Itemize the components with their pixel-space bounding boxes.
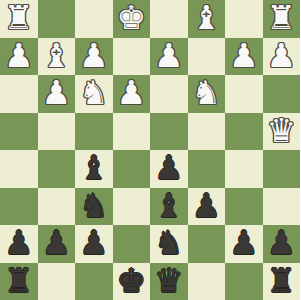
- square-h4[interactable]: [0, 113, 38, 151]
- square-f8[interactable]: [75, 263, 113, 300]
- square-c2[interactable]: [188, 38, 226, 76]
- white-knight-f3[interactable]: ♞: [79, 74, 109, 112]
- square-a6[interactable]: [263, 188, 301, 226]
- square-c4[interactable]: [188, 113, 226, 151]
- white-pawn-g3[interactable]: ♟: [41, 74, 71, 112]
- white-knight-c3[interactable]: ♞: [191, 74, 221, 112]
- black-bishop-d6[interactable]: ♝: [154, 187, 184, 225]
- square-g1[interactable]: [38, 0, 76, 38]
- square-d5[interactable]: ♟: [150, 150, 188, 188]
- white-pawn-h2[interactable]: ♟: [4, 37, 34, 75]
- square-e5[interactable]: [113, 150, 151, 188]
- square-b3[interactable]: [225, 75, 263, 113]
- square-d7[interactable]: ♞: [150, 225, 188, 263]
- square-h8[interactable]: ♜: [0, 263, 38, 300]
- white-bishop-c1[interactable]: ♝: [191, 0, 221, 37]
- white-rook-a1[interactable]: ♜: [266, 0, 296, 37]
- square-h2[interactable]: ♟: [0, 38, 38, 76]
- square-a5[interactable]: [263, 150, 301, 188]
- square-h5[interactable]: [0, 150, 38, 188]
- square-b5[interactable]: [225, 150, 263, 188]
- white-king-e1[interactable]: ♚: [116, 0, 146, 37]
- square-e8[interactable]: ♚: [113, 263, 151, 300]
- white-rook-h1[interactable]: ♜: [4, 0, 34, 37]
- square-d8[interactable]: ♛: [150, 263, 188, 300]
- square-c7[interactable]: [188, 225, 226, 263]
- square-e3[interactable]: ♟: [113, 75, 151, 113]
- square-g8[interactable]: [38, 263, 76, 300]
- square-c8[interactable]: [188, 263, 226, 300]
- square-f5[interactable]: ♝: [75, 150, 113, 188]
- square-c5[interactable]: [188, 150, 226, 188]
- square-b8[interactable]: [225, 263, 263, 300]
- square-e2[interactable]: [113, 38, 151, 76]
- square-f4[interactable]: [75, 113, 113, 151]
- chess-board: ♜♚♝♜♟♝♟♟♟♟♟♞♟♞♛♝♟♞♝♟♟♟♟♞♟♟♜♚♛♜: [0, 0, 300, 300]
- square-b1[interactable]: [225, 0, 263, 38]
- square-g7[interactable]: ♟: [38, 225, 76, 263]
- square-b7[interactable]: ♟: [225, 225, 263, 263]
- square-b6[interactable]: [225, 188, 263, 226]
- square-g5[interactable]: [38, 150, 76, 188]
- square-a4[interactable]: ♛: [263, 113, 301, 151]
- square-g6[interactable]: [38, 188, 76, 226]
- black-pawn-d5[interactable]: ♟: [154, 149, 184, 187]
- square-g3[interactable]: ♟: [38, 75, 76, 113]
- black-pawn-h7[interactable]: ♟: [4, 224, 34, 262]
- square-e4[interactable]: [113, 113, 151, 151]
- square-d1[interactable]: [150, 0, 188, 38]
- square-b2[interactable]: ♟: [225, 38, 263, 76]
- square-e1[interactable]: ♚: [113, 0, 151, 38]
- square-d2[interactable]: ♟: [150, 38, 188, 76]
- black-pawn-b7[interactable]: ♟: [229, 224, 259, 262]
- black-bishop-f5[interactable]: ♝: [79, 149, 109, 187]
- square-f3[interactable]: ♞: [75, 75, 113, 113]
- square-d3[interactable]: [150, 75, 188, 113]
- white-bishop-g2[interactable]: ♝: [41, 37, 71, 75]
- black-rook-a8[interactable]: ♜: [266, 262, 296, 300]
- black-pawn-g7[interactable]: ♟: [41, 224, 71, 262]
- black-pawn-c6[interactable]: ♟: [191, 187, 221, 225]
- square-h1[interactable]: ♜: [0, 0, 38, 38]
- square-h3[interactable]: [0, 75, 38, 113]
- black-pawn-a7[interactable]: ♟: [266, 224, 296, 262]
- square-f6[interactable]: ♞: [75, 188, 113, 226]
- white-pawn-b2[interactable]: ♟: [229, 37, 259, 75]
- square-e6[interactable]: [113, 188, 151, 226]
- white-queen-a4[interactable]: ♛: [266, 112, 296, 150]
- square-c6[interactable]: ♟: [188, 188, 226, 226]
- white-pawn-a2[interactable]: ♟: [266, 37, 296, 75]
- square-f7[interactable]: ♟: [75, 225, 113, 263]
- square-a8[interactable]: ♜: [263, 263, 301, 300]
- square-e7[interactable]: [113, 225, 151, 263]
- black-king-e8[interactable]: ♚: [116, 262, 146, 300]
- square-c1[interactable]: ♝: [188, 0, 226, 38]
- white-pawn-e3[interactable]: ♟: [116, 74, 146, 112]
- square-a7[interactable]: ♟: [263, 225, 301, 263]
- black-queen-d8[interactable]: ♛: [154, 262, 184, 300]
- square-h6[interactable]: [0, 188, 38, 226]
- square-a1[interactable]: ♜: [263, 0, 301, 38]
- white-pawn-f2[interactable]: ♟: [79, 37, 109, 75]
- square-a3[interactable]: [263, 75, 301, 113]
- black-knight-d7[interactable]: ♞: [154, 224, 184, 262]
- black-rook-h8[interactable]: ♜: [4, 262, 34, 300]
- square-g4[interactable]: [38, 113, 76, 151]
- square-f1[interactable]: [75, 0, 113, 38]
- square-f2[interactable]: ♟: [75, 38, 113, 76]
- black-knight-f6[interactable]: ♞: [79, 187, 109, 225]
- square-d4[interactable]: [150, 113, 188, 151]
- black-pawn-f7[interactable]: ♟: [79, 224, 109, 262]
- square-g2[interactable]: ♝: [38, 38, 76, 76]
- square-b4[interactable]: [225, 113, 263, 151]
- square-h7[interactable]: ♟: [0, 225, 38, 263]
- square-a2[interactable]: ♟: [263, 38, 301, 76]
- white-pawn-d2[interactable]: ♟: [154, 37, 184, 75]
- square-d6[interactable]: ♝: [150, 188, 188, 226]
- square-c3[interactable]: ♞: [188, 75, 226, 113]
